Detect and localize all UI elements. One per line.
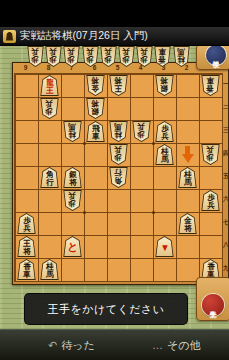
koma-gote-桂馬-73[interactable]: 桂馬 xyxy=(63,121,82,142)
koma-sente-王将-98[interactable]: 王将 xyxy=(17,236,36,257)
koma-gote-歩兵-82[interactable]: 歩兵 xyxy=(40,98,59,119)
rank-label-1: 一 xyxy=(222,80,229,89)
gote-badge: 後手 xyxy=(206,45,226,65)
rank-label-2: 二 xyxy=(222,103,229,112)
file-label-4: 4 xyxy=(129,63,152,73)
koma-gote-歩兵-43[interactable]: 歩兵 xyxy=(132,121,151,142)
ellipsis-icon: … xyxy=(152,339,163,351)
hoshi-dot xyxy=(83,211,86,214)
koma-sente-金将-27[interactable]: 金将 xyxy=(178,213,197,234)
rank-label-7: 七 xyxy=(222,218,229,227)
koma-gote-香車-11[interactable]: 香車 xyxy=(201,75,220,96)
koma-sente-歩兵-33[interactable]: 歩兵 xyxy=(155,121,174,142)
koma-sente-桂馬-34[interactable]: 桂馬 xyxy=(155,144,174,165)
koma-sente-と-78[interactable]: と xyxy=(63,236,82,257)
title-bar: 実戦詰将棋(07月26日 入門) xyxy=(0,27,229,46)
shogi-board[interactable]: 987654321 龍王金将王将銀将香車歩兵銀将桂馬飛車桂馬歩兵歩兵歩兵桂馬歩兵… xyxy=(12,62,229,285)
rank-label-4: 四 xyxy=(222,149,229,158)
rank-label-6: 六 xyxy=(222,195,229,204)
koma-gote-銀将-31[interactable]: 銀将 xyxy=(155,75,174,96)
koma-gote-金将-61[interactable]: 金将 xyxy=(86,75,105,96)
hoshi-dot xyxy=(152,142,155,145)
koma-gote-銀将-62[interactable]: 銀将 xyxy=(86,98,105,119)
rank-label-3: 三 xyxy=(222,126,229,135)
koma-sente-歩兵-16[interactable]: 歩兵 xyxy=(201,190,220,211)
rank-label-8: 八 xyxy=(222,241,229,250)
app-icon xyxy=(3,30,16,43)
move-target-marker-koma[interactable]: ▼ xyxy=(155,236,174,257)
koma-gote-王将-51[interactable]: 王将 xyxy=(109,75,128,96)
koma-sente-桂馬-25[interactable]: 桂馬 xyxy=(178,167,197,188)
rank-label-9: 九 xyxy=(222,264,229,273)
undo-icon: ↶ xyxy=(48,339,57,351)
undo-button[interactable]: ↶待った xyxy=(48,330,95,360)
app-screen: { "game": "shogi", "app": { "title": "実戦… xyxy=(0,0,229,360)
koma-sente-銀将-75[interactable]: 銀将 xyxy=(63,167,82,188)
koma-sente-香車-99[interactable]: 香車 xyxy=(17,259,36,280)
koma-sente-飛車-63[interactable]: 飛車 xyxy=(86,121,105,142)
hoshi-dot xyxy=(83,142,86,145)
undo-label: 待った xyxy=(61,339,95,351)
koma-sente-歩兵-97[interactable]: 歩兵 xyxy=(17,213,36,234)
koma-sente-角行-85[interactable]: 角行 xyxy=(40,167,59,188)
page-title: 実戦詰将棋(07月26日 入門) xyxy=(20,29,148,43)
koma-gote-歩兵-76[interactable]: 歩兵 xyxy=(63,190,82,211)
hoshi-dot xyxy=(152,211,155,214)
koma-sente-龍王-81[interactable]: 龍王 xyxy=(40,75,59,96)
koma-sente-桂馬-89[interactable]: 桂馬 xyxy=(40,259,59,280)
file-label-6: 6 xyxy=(83,63,106,73)
koma-gote-桂馬-53[interactable]: 桂馬 xyxy=(109,121,128,142)
koma-gote-歩兵-14[interactable]: 歩兵 xyxy=(201,144,220,165)
board-grid[interactable]: 龍王金将王将銀将香車歩兵銀将桂馬飛車桂馬歩兵歩兵歩兵桂馬歩兵角行銀将角行桂馬歩兵… xyxy=(14,73,223,282)
rank-label-5: 五 xyxy=(222,172,229,181)
hint-message: 王手をかけてください xyxy=(24,293,188,325)
bottom-toolbar: ↶待った …その他 xyxy=(0,329,229,360)
status-bar xyxy=(0,0,229,27)
koma-gote-角行-55[interactable]: 角行 xyxy=(109,167,128,188)
other-button[interactable]: …その他 xyxy=(152,330,201,360)
koma-gote-歩兵-54[interactable]: 歩兵 xyxy=(109,144,128,165)
sente-badge: 先手 xyxy=(202,294,224,316)
last-move-arrow xyxy=(182,146,194,163)
other-label: その他 xyxy=(167,339,201,351)
